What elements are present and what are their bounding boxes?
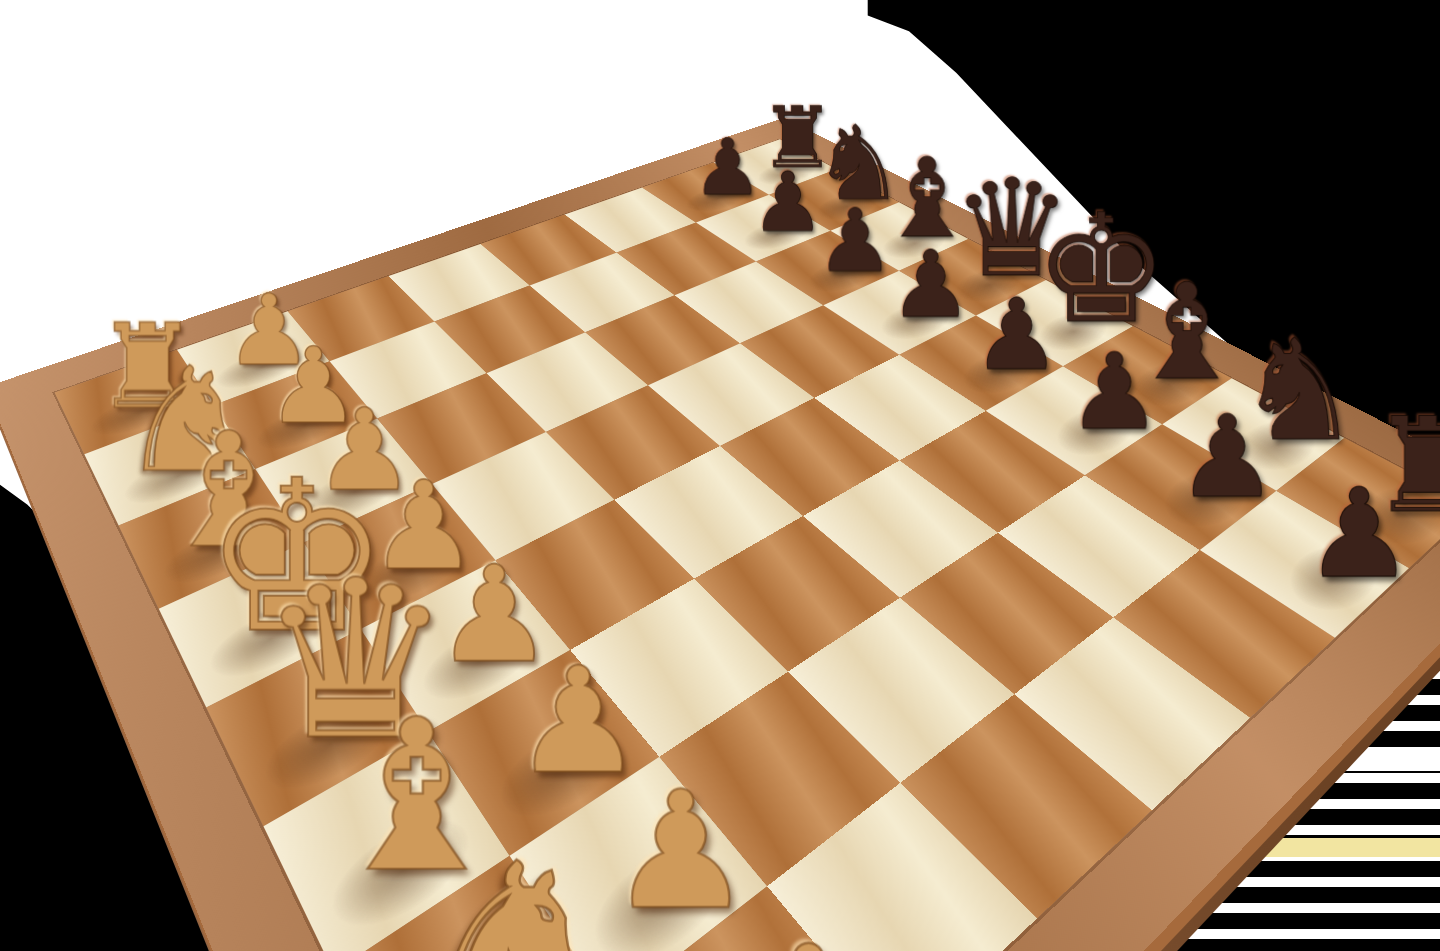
piece-black-pawn[interactable]: ♟	[1051, 342, 1177, 442]
photo-stage: ♜♟♟♜♞♟♟♞♝♟♟♝♚♟♟♛♛♟♟♚♝♟♟♝♞♟♟♞♜♟♟♜	[0, 0, 1440, 951]
piece-white-pawn[interactable]: ♟	[700, 926, 917, 951]
board-scene: ♜♟♟♜♞♟♟♞♝♟♟♝♚♟♟♛♛♟♟♚♝♟♟♝♞♟♟♞♜♟♟♜	[0, 0, 1440, 951]
chessboard: ♜♟♟♜♞♟♟♞♝♟♟♝♚♟♟♛♛♟♟♚♝♟♟♝♞♟♟♞♜♟♟♜	[55, 139, 1440, 951]
square-d5[interactable]	[648, 343, 814, 446]
piece-black-pawn[interactable]: ♟	[1159, 403, 1294, 511]
piece-black-pawn[interactable]: ♟	[1286, 475, 1432, 592]
chessboard-frame: ♜♟♟♜♞♟♟♞♝♟♟♝♚♟♟♛♛♟♟♚♝♟♟♝♞♟♟♞♜♟♟♜	[0, 117, 1440, 951]
piece-white-knight[interactable]: ♞	[404, 839, 615, 951]
square-a4[interactable]	[388, 244, 529, 322]
